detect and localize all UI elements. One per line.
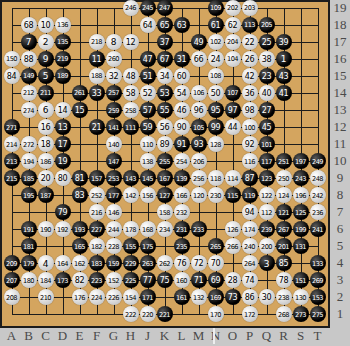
intersection-K12[interactable]: 56 bbox=[156, 118, 173, 135]
intersection-S19[interactable] bbox=[292, 0, 309, 16]
intersection-D17[interactable]: 135 bbox=[54, 33, 71, 50]
intersection-K7[interactable]: 158 bbox=[156, 204, 173, 221]
intersection-H4[interactable]: 229 bbox=[122, 255, 139, 272]
intersection-N5[interactable]: 265 bbox=[207, 238, 224, 255]
intersection-L11[interactable]: 91 bbox=[173, 135, 190, 152]
intersection-S11[interactable] bbox=[292, 135, 309, 152]
intersection-T14[interactable] bbox=[309, 84, 326, 101]
intersection-B8[interactable]: 195 bbox=[20, 187, 37, 204]
intersection-O4[interactable] bbox=[224, 255, 241, 272]
intersection-Q18[interactable]: 205 bbox=[258, 16, 275, 33]
intersection-M13[interactable]: 96 bbox=[190, 101, 207, 118]
intersection-J10[interactable]: 138 bbox=[139, 152, 156, 169]
intersection-O18[interactable]: 62 bbox=[224, 16, 241, 33]
intersection-R3[interactable]: 78 bbox=[275, 272, 292, 289]
intersection-R15[interactable]: 43 bbox=[275, 67, 292, 84]
intersection-J17[interactable] bbox=[139, 33, 156, 50]
intersection-F16[interactable]: 11 bbox=[88, 50, 105, 67]
intersection-P9[interactable]: 87 bbox=[241, 170, 258, 187]
intersection-C1[interactable] bbox=[37, 306, 54, 323]
intersection-E5[interactable]: 165 bbox=[71, 238, 88, 255]
intersection-G9[interactable]: 253 bbox=[105, 170, 122, 187]
intersection-R16[interactable]: 1 bbox=[275, 50, 292, 67]
intersection-N9[interactable]: 118 bbox=[207, 170, 224, 187]
intersection-T17[interactable] bbox=[309, 33, 326, 50]
intersection-J15[interactable]: 51 bbox=[139, 67, 156, 84]
intersection-C8[interactable]: 187 bbox=[37, 187, 54, 204]
intersection-M2[interactable]: 132 bbox=[190, 289, 207, 306]
intersection-E10[interactable] bbox=[71, 152, 88, 169]
intersection-E18[interactable] bbox=[71, 16, 88, 33]
intersection-O17[interactable]: 204 bbox=[224, 33, 241, 50]
intersection-S17[interactable] bbox=[292, 33, 309, 50]
intersection-B15[interactable]: 149 bbox=[20, 67, 37, 84]
intersection-K17[interactable]: 37 bbox=[156, 33, 173, 50]
intersection-D6[interactable]: 192 bbox=[54, 221, 71, 238]
intersection-O10[interactable] bbox=[224, 152, 241, 169]
intersection-M9[interactable]: 256 bbox=[190, 170, 207, 187]
intersection-L8[interactable]: 166 bbox=[173, 187, 190, 204]
intersection-N4[interactable]: 70 bbox=[207, 255, 224, 272]
intersection-O15[interactable] bbox=[224, 67, 241, 84]
intersection-T5[interactable] bbox=[309, 238, 326, 255]
intersection-P5[interactable]: 240 bbox=[241, 238, 258, 255]
intersection-M12[interactable]: 105 bbox=[190, 118, 207, 135]
intersection-A5[interactable] bbox=[3, 238, 20, 255]
intersection-L17[interactable] bbox=[173, 33, 190, 50]
intersection-Q17[interactable]: 25 bbox=[258, 33, 275, 50]
intersection-Q14[interactable]: 40 bbox=[258, 84, 275, 101]
intersection-O8[interactable]: 115 bbox=[224, 187, 241, 204]
intersection-K19[interactable]: 247 bbox=[156, 0, 173, 16]
intersection-Q12[interactable]: 45 bbox=[258, 118, 275, 135]
intersection-G10[interactable]: 147 bbox=[105, 152, 122, 169]
intersection-P11[interactable]: 92 bbox=[241, 135, 258, 152]
intersection-Q19[interactable] bbox=[258, 0, 275, 16]
intersection-T15[interactable] bbox=[309, 67, 326, 84]
intersection-J12[interactable]: 59 bbox=[139, 118, 156, 135]
intersection-F5[interactable]: 182 bbox=[88, 238, 105, 255]
intersection-C6[interactable]: 190 bbox=[37, 221, 54, 238]
intersection-F19[interactable] bbox=[88, 0, 105, 16]
intersection-L2[interactable]: 161 bbox=[173, 289, 190, 306]
intersection-P3[interactable]: 74 bbox=[241, 272, 258, 289]
intersection-R18[interactable] bbox=[275, 16, 292, 33]
intersection-N3[interactable]: 69 bbox=[207, 272, 224, 289]
intersection-M6[interactable]: 233 bbox=[190, 221, 207, 238]
intersection-D15[interactable]: 189 bbox=[54, 67, 71, 84]
intersection-G16[interactable]: 260 bbox=[105, 50, 122, 67]
intersection-P13[interactable]: 98 bbox=[241, 101, 258, 118]
intersection-D19[interactable] bbox=[54, 0, 71, 16]
intersection-R13[interactable] bbox=[275, 101, 292, 118]
intersection-B3[interactable]: 180 bbox=[20, 272, 37, 289]
intersection-S16[interactable] bbox=[292, 50, 309, 67]
intersection-D16[interactable]: 219 bbox=[54, 50, 71, 67]
intersection-B7[interactable] bbox=[20, 204, 37, 221]
intersection-P15[interactable]: 42 bbox=[241, 67, 258, 84]
intersection-K2[interactable] bbox=[156, 289, 173, 306]
intersection-A17[interactable] bbox=[3, 33, 20, 50]
intersection-B2[interactable] bbox=[20, 289, 37, 306]
intersection-F4[interactable]: 183 bbox=[88, 255, 105, 272]
intersection-G13[interactable]: 259 bbox=[105, 101, 122, 118]
intersection-G12[interactable]: 141 bbox=[105, 118, 122, 135]
intersection-D13[interactable]: 14 bbox=[54, 101, 71, 118]
intersection-O16[interactable]: 104 bbox=[224, 50, 241, 67]
intersection-P12[interactable]: 100 bbox=[241, 118, 258, 135]
intersection-T8[interactable]: 242 bbox=[309, 187, 326, 204]
intersection-J13[interactable]: 57 bbox=[139, 101, 156, 118]
intersection-R11[interactable] bbox=[275, 135, 292, 152]
intersection-F6[interactable]: 227 bbox=[88, 221, 105, 238]
intersection-M16[interactable]: 66 bbox=[190, 50, 207, 67]
intersection-E14[interactable]: 261 bbox=[71, 84, 88, 101]
intersection-F15[interactable]: 188 bbox=[88, 67, 105, 84]
intersection-L6[interactable]: 231 bbox=[173, 221, 190, 238]
intersection-S8[interactable]: 196 bbox=[292, 187, 309, 204]
intersection-J1[interactable]: 220 bbox=[139, 306, 156, 323]
intersection-K16[interactable]: 67 bbox=[156, 50, 173, 67]
intersection-M19[interactable] bbox=[190, 0, 207, 16]
intersection-K3[interactable]: 75 bbox=[156, 272, 173, 289]
intersection-Q7[interactable]: 112 bbox=[258, 204, 275, 221]
intersection-K4[interactable]: 262 bbox=[156, 255, 173, 272]
intersection-N19[interactable]: 109 bbox=[207, 0, 224, 16]
intersection-L10[interactable]: 254 bbox=[173, 152, 190, 169]
intersection-M11[interactable]: 93 bbox=[190, 135, 207, 152]
intersection-D8[interactable] bbox=[54, 187, 71, 204]
intersection-E3[interactable]: 82 bbox=[71, 272, 88, 289]
intersection-C7[interactable] bbox=[37, 204, 54, 221]
intersection-O13[interactable]: 97 bbox=[224, 101, 241, 118]
intersection-H7[interactable] bbox=[122, 204, 139, 221]
intersection-S6[interactable]: 199 bbox=[292, 221, 309, 238]
intersection-M7[interactable] bbox=[190, 204, 207, 221]
intersection-K6[interactable]: 234 bbox=[156, 221, 173, 238]
intersection-P4[interactable]: 264 bbox=[241, 255, 258, 272]
intersection-F7[interactable]: 216 bbox=[88, 204, 105, 221]
intersection-K14[interactable]: 53 bbox=[156, 84, 173, 101]
intersection-J8[interactable]: 156 bbox=[139, 187, 156, 204]
intersection-E1[interactable] bbox=[71, 306, 88, 323]
intersection-E7[interactable] bbox=[71, 204, 88, 221]
intersection-L15[interactable]: 60 bbox=[173, 67, 190, 84]
intersection-H13[interactable]: 258 bbox=[122, 101, 139, 118]
intersection-F1[interactable] bbox=[88, 306, 105, 323]
intersection-D3[interactable]: 173 bbox=[54, 272, 71, 289]
intersection-F17[interactable]: 218 bbox=[88, 33, 105, 50]
intersection-S10[interactable]: 197 bbox=[292, 152, 309, 169]
intersection-H14[interactable]: 58 bbox=[122, 84, 139, 101]
intersection-C5[interactable] bbox=[37, 238, 54, 255]
intersection-F3[interactable]: 223 bbox=[88, 272, 105, 289]
intersection-E4[interactable]: 162 bbox=[71, 255, 88, 272]
intersection-N10[interactable] bbox=[207, 152, 224, 169]
intersection-K8[interactable]: 127 bbox=[156, 187, 173, 204]
intersection-J6[interactable]: 168 bbox=[139, 221, 156, 238]
intersection-N1[interactable]: 170 bbox=[207, 306, 224, 323]
intersection-T6[interactable]: 241 bbox=[309, 221, 326, 238]
intersection-L3[interactable]: 160 bbox=[173, 272, 190, 289]
intersection-K11[interactable]: 89 bbox=[156, 135, 173, 152]
intersection-T2[interactable]: 153 bbox=[309, 289, 326, 306]
intersection-B14[interactable]: 212 bbox=[20, 84, 37, 101]
intersection-H3[interactable]: 225 bbox=[122, 272, 139, 289]
intersection-A19[interactable] bbox=[3, 0, 20, 16]
intersection-N8[interactable]: 230 bbox=[207, 187, 224, 204]
intersection-D2[interactable] bbox=[54, 289, 71, 306]
intersection-A6[interactable] bbox=[3, 221, 20, 238]
intersection-Q2[interactable]: 30 bbox=[258, 289, 275, 306]
intersection-S3[interactable]: 151 bbox=[292, 272, 309, 289]
intersection-G3[interactable]: 152 bbox=[105, 272, 122, 289]
intersection-F9[interactable]: 157 bbox=[88, 170, 105, 187]
intersection-Q1[interactable] bbox=[258, 306, 275, 323]
intersection-N18[interactable]: 61 bbox=[207, 16, 224, 33]
intersection-H15[interactable]: 48 bbox=[122, 67, 139, 84]
intersection-N15[interactable]: 108 bbox=[207, 67, 224, 84]
intersection-D7[interactable]: 79 bbox=[54, 204, 71, 221]
intersection-F18[interactable] bbox=[88, 16, 105, 33]
intersection-B9[interactable]: 185 bbox=[20, 170, 37, 187]
intersection-K15[interactable]: 34 bbox=[156, 67, 173, 84]
intersection-A16[interactable]: 150 bbox=[3, 50, 20, 67]
go-board[interactable]: 2462452471092022036810136646563616211320… bbox=[0, 0, 330, 328]
intersection-H17[interactable]: 12 bbox=[122, 33, 139, 50]
intersection-L13[interactable]: 46 bbox=[173, 101, 190, 118]
intersection-O2[interactable]: 73 bbox=[224, 289, 241, 306]
intersection-K5[interactable] bbox=[156, 238, 173, 255]
intersection-A15[interactable]: 84 bbox=[3, 67, 20, 84]
intersection-E12[interactable] bbox=[71, 118, 88, 135]
intersection-Q3[interactable] bbox=[258, 272, 275, 289]
intersection-S4[interactable] bbox=[292, 255, 309, 272]
intersection-A4[interactable]: 209 bbox=[3, 255, 20, 272]
intersection-T11[interactable] bbox=[309, 135, 326, 152]
intersection-L1[interactable] bbox=[173, 306, 190, 323]
intersection-T3[interactable]: 269 bbox=[309, 272, 326, 289]
intersection-J14[interactable]: 52 bbox=[139, 84, 156, 101]
intersection-N16[interactable]: 24 bbox=[207, 50, 224, 67]
intersection-E17[interactable] bbox=[71, 33, 88, 50]
intersection-K9[interactable]: 167 bbox=[156, 170, 173, 187]
intersection-C17[interactable]: 2 bbox=[37, 33, 54, 50]
intersection-N7[interactable] bbox=[207, 204, 224, 221]
intersection-S9[interactable]: 243 bbox=[292, 170, 309, 187]
intersection-Q8[interactable]: 122 bbox=[258, 187, 275, 204]
intersection-J3[interactable]: 77 bbox=[139, 272, 156, 289]
intersection-A8[interactable] bbox=[3, 187, 20, 204]
intersection-G1[interactable] bbox=[105, 306, 122, 323]
intersection-R1[interactable]: 268 bbox=[275, 306, 292, 323]
intersection-Q5[interactable]: 200 bbox=[258, 238, 275, 255]
intersection-Q9[interactable]: 123 bbox=[258, 170, 275, 187]
intersection-O7[interactable] bbox=[224, 204, 241, 221]
intersection-T16[interactable] bbox=[309, 50, 326, 67]
intersection-G8[interactable]: 177 bbox=[105, 187, 122, 204]
intersection-C18[interactable]: 10 bbox=[37, 16, 54, 33]
intersection-E9[interactable]: 81 bbox=[71, 170, 88, 187]
intersection-B19[interactable] bbox=[20, 0, 37, 16]
intersection-M4[interactable]: 72 bbox=[190, 255, 207, 272]
intersection-E16[interactable] bbox=[71, 50, 88, 67]
intersection-C16[interactable]: 9 bbox=[37, 50, 54, 67]
intersection-H11[interactable] bbox=[122, 135, 139, 152]
intersection-A7[interactable] bbox=[3, 204, 20, 221]
intersection-Q13[interactable]: 27 bbox=[258, 101, 275, 118]
intersection-M5[interactable] bbox=[190, 238, 207, 255]
intersection-T12[interactable] bbox=[309, 118, 326, 135]
intersection-O19[interactable]: 202 bbox=[224, 0, 241, 16]
intersection-D10[interactable]: 19 bbox=[54, 152, 71, 169]
intersection-H16[interactable] bbox=[122, 50, 139, 67]
intersection-P14[interactable]: 36 bbox=[241, 84, 258, 101]
intersection-H8[interactable]: 142 bbox=[122, 187, 139, 204]
intersection-A2[interactable]: 208 bbox=[3, 289, 20, 306]
intersection-R5[interactable]: 201 bbox=[275, 238, 292, 255]
intersection-H9[interactable]: 143 bbox=[122, 170, 139, 187]
intersection-T10[interactable]: 249 bbox=[309, 152, 326, 169]
intersection-O14[interactable]: 107 bbox=[224, 84, 241, 101]
intersection-J2[interactable]: 171 bbox=[139, 289, 156, 306]
intersection-M18[interactable] bbox=[190, 16, 207, 33]
intersection-N12[interactable]: 99 bbox=[207, 118, 224, 135]
intersection-F14[interactable]: 33 bbox=[88, 84, 105, 101]
intersection-B4[interactable]: 179 bbox=[20, 255, 37, 272]
intersection-B18[interactable]: 68 bbox=[20, 16, 37, 33]
intersection-M1[interactable] bbox=[190, 306, 207, 323]
intersection-R10[interactable]: 251 bbox=[275, 152, 292, 169]
intersection-L5[interactable]: 235 bbox=[173, 238, 190, 255]
intersection-Q4[interactable]: 3 bbox=[258, 255, 275, 272]
intersection-D5[interactable] bbox=[54, 238, 71, 255]
intersection-L4[interactable]: 76 bbox=[173, 255, 190, 272]
intersection-B11[interactable]: 272 bbox=[20, 135, 37, 152]
intersection-H10[interactable] bbox=[122, 152, 139, 169]
intersection-K18[interactable]: 65 bbox=[156, 16, 173, 33]
intersection-Q16[interactable]: 38 bbox=[258, 50, 275, 67]
intersection-B5[interactable]: 181 bbox=[20, 238, 37, 255]
intersection-D18[interactable]: 136 bbox=[54, 16, 71, 33]
intersection-O9[interactable]: 114 bbox=[224, 170, 241, 187]
intersection-P1[interactable]: 172 bbox=[241, 306, 258, 323]
intersection-E15[interactable] bbox=[71, 67, 88, 84]
intersection-D9[interactable]: 80 bbox=[54, 170, 71, 187]
intersection-C15[interactable]: 5 bbox=[37, 67, 54, 84]
intersection-P17[interactable]: 22 bbox=[241, 33, 258, 50]
intersection-O3[interactable]: 28 bbox=[224, 272, 241, 289]
intersection-S5[interactable]: 131 bbox=[292, 238, 309, 255]
intersection-N2[interactable]: 169 bbox=[207, 289, 224, 306]
intersection-L18[interactable]: 63 bbox=[173, 16, 190, 33]
intersection-P19[interactable]: 203 bbox=[241, 0, 258, 16]
intersection-H18[interactable] bbox=[122, 16, 139, 33]
intersection-P6[interactable]: 174 bbox=[241, 221, 258, 238]
intersection-Q15[interactable]: 23 bbox=[258, 67, 275, 84]
intersection-H19[interactable]: 246 bbox=[122, 0, 139, 16]
intersection-N11[interactable]: 128 bbox=[207, 135, 224, 152]
intersection-S2[interactable]: 130 bbox=[292, 289, 309, 306]
intersection-C14[interactable]: 211 bbox=[37, 84, 54, 101]
intersection-R7[interactable]: 121 bbox=[275, 204, 292, 221]
intersection-H12[interactable]: 111 bbox=[122, 118, 139, 135]
intersection-B13[interactable]: 274 bbox=[20, 101, 37, 118]
intersection-A1[interactable] bbox=[3, 306, 20, 323]
intersection-L12[interactable]: 90 bbox=[173, 118, 190, 135]
intersection-A11[interactable]: 214 bbox=[3, 135, 20, 152]
intersection-C19[interactable] bbox=[37, 0, 54, 16]
intersection-A18[interactable] bbox=[3, 16, 20, 33]
intersection-J4[interactable]: 263 bbox=[139, 255, 156, 272]
intersection-D4[interactable]: 164 bbox=[54, 255, 71, 272]
intersection-O6[interactable]: 126 bbox=[224, 221, 241, 238]
intersection-R19[interactable] bbox=[275, 0, 292, 16]
intersection-L9[interactable]: 139 bbox=[173, 170, 190, 187]
intersection-A9[interactable]: 215 bbox=[3, 170, 20, 187]
intersection-S14[interactable] bbox=[292, 84, 309, 101]
intersection-P10[interactable]: 116 bbox=[241, 152, 258, 169]
intersection-G7[interactable]: 146 bbox=[105, 204, 122, 221]
intersection-R4[interactable]: 85 bbox=[275, 255, 292, 272]
intersection-B1[interactable] bbox=[20, 306, 37, 323]
intersection-E13[interactable]: 15 bbox=[71, 101, 88, 118]
intersection-F10[interactable] bbox=[88, 152, 105, 169]
intersection-T18[interactable] bbox=[309, 16, 326, 33]
intersection-F12[interactable]: 21 bbox=[88, 118, 105, 135]
intersection-S7[interactable]: 125 bbox=[292, 204, 309, 221]
intersection-T1[interactable]: 275 bbox=[309, 306, 326, 323]
intersection-H6[interactable]: 178 bbox=[122, 221, 139, 238]
intersection-L7[interactable]: 232 bbox=[173, 204, 190, 221]
intersection-G14[interactable]: 257 bbox=[105, 84, 122, 101]
intersection-G5[interactable]: 228 bbox=[105, 238, 122, 255]
intersection-E11[interactable] bbox=[71, 135, 88, 152]
intersection-F8[interactable]: 252 bbox=[88, 187, 105, 204]
intersection-Q10[interactable]: 117 bbox=[258, 152, 275, 169]
intersection-D1[interactable] bbox=[54, 306, 71, 323]
intersection-D14[interactable] bbox=[54, 84, 71, 101]
intersection-M15[interactable] bbox=[190, 67, 207, 84]
intersection-B10[interactable]: 194 bbox=[20, 152, 37, 169]
intersection-E6[interactable]: 193 bbox=[71, 221, 88, 238]
intersection-L19[interactable] bbox=[173, 0, 190, 16]
intersection-G18[interactable] bbox=[105, 16, 122, 33]
intersection-K1[interactable]: 221 bbox=[156, 306, 173, 323]
intersection-E19[interactable] bbox=[71, 0, 88, 16]
intersection-M3[interactable]: 71 bbox=[190, 272, 207, 289]
intersection-S18[interactable] bbox=[292, 16, 309, 33]
intersection-E8[interactable]: 83 bbox=[71, 187, 88, 204]
intersection-G17[interactable]: 8 bbox=[105, 33, 122, 50]
intersection-G19[interactable] bbox=[105, 0, 122, 16]
intersection-P7[interactable]: 94 bbox=[241, 204, 258, 221]
intersection-G6[interactable]: 244 bbox=[105, 221, 122, 238]
intersection-P16[interactable]: 26 bbox=[241, 50, 258, 67]
intersection-O5[interactable]: 266 bbox=[224, 238, 241, 255]
intersection-C11[interactable]: 18 bbox=[37, 135, 54, 152]
intersection-R14[interactable]: 41 bbox=[275, 84, 292, 101]
intersection-J9[interactable]: 145 bbox=[139, 170, 156, 187]
intersection-T7[interactable]: 236 bbox=[309, 204, 326, 221]
intersection-F11[interactable] bbox=[88, 135, 105, 152]
intersection-T19[interactable] bbox=[309, 0, 326, 16]
intersection-C2[interactable]: 210 bbox=[37, 289, 54, 306]
intersection-J16[interactable]: 47 bbox=[139, 50, 156, 67]
intersection-M10[interactable]: 206 bbox=[190, 152, 207, 169]
intersection-J18[interactable]: 64 bbox=[139, 16, 156, 33]
intersection-L16[interactable]: 31 bbox=[173, 50, 190, 67]
